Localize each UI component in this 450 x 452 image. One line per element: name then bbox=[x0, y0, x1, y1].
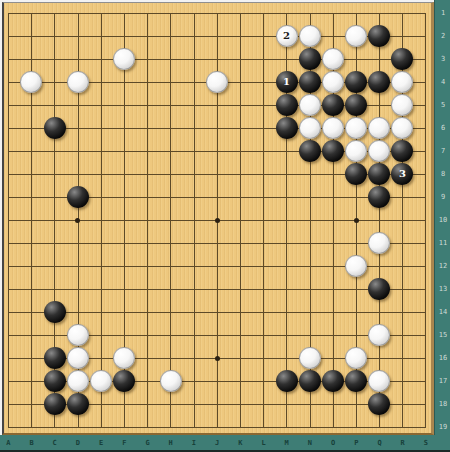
intersection-E16[interactable] bbox=[89, 347, 112, 370]
intersection-Q8[interactable] bbox=[368, 163, 391, 186]
intersection-I10[interactable] bbox=[182, 209, 205, 232]
intersection-H11[interactable] bbox=[159, 232, 182, 255]
intersection-P17[interactable] bbox=[345, 370, 368, 393]
intersection-B8[interactable] bbox=[20, 163, 43, 186]
intersection-N9[interactable] bbox=[298, 186, 321, 209]
intersection-M3[interactable] bbox=[275, 48, 298, 71]
intersection-E6[interactable] bbox=[89, 117, 112, 140]
intersection-B15[interactable] bbox=[20, 324, 43, 347]
intersection-B17[interactable] bbox=[20, 370, 43, 393]
intersection-P16[interactable] bbox=[345, 347, 368, 370]
intersection-O18[interactable] bbox=[321, 393, 344, 416]
intersection-I5[interactable] bbox=[182, 94, 205, 117]
intersection-B9[interactable] bbox=[20, 186, 43, 209]
intersection-O9[interactable] bbox=[321, 186, 344, 209]
intersection-H1[interactable] bbox=[159, 2, 182, 25]
intersection-J8[interactable] bbox=[205, 163, 228, 186]
intersection-L12[interactable] bbox=[252, 255, 275, 278]
intersection-G2[interactable] bbox=[136, 25, 159, 48]
intersection-G10[interactable] bbox=[136, 209, 159, 232]
intersection-E18[interactable] bbox=[89, 393, 112, 416]
intersection-C13[interactable] bbox=[43, 278, 66, 301]
intersection-M5[interactable] bbox=[275, 94, 298, 117]
intersection-J15[interactable] bbox=[205, 324, 228, 347]
intersection-Q9[interactable] bbox=[368, 186, 391, 209]
intersection-D14[interactable] bbox=[66, 301, 89, 324]
intersection-O17[interactable] bbox=[321, 370, 344, 393]
intersection-M12[interactable] bbox=[275, 255, 298, 278]
intersection-A1[interactable] bbox=[0, 2, 20, 25]
intersection-O5[interactable] bbox=[321, 94, 344, 117]
intersection-H4[interactable] bbox=[159, 71, 182, 94]
intersection-O2[interactable] bbox=[321, 25, 344, 48]
intersection-P18[interactable] bbox=[345, 393, 368, 416]
intersection-O6[interactable] bbox=[321, 117, 344, 140]
intersection-M4[interactable]: 1 bbox=[275, 71, 298, 94]
intersection-F16[interactable] bbox=[113, 347, 136, 370]
intersection-F14[interactable] bbox=[113, 301, 136, 324]
intersection-M13[interactable] bbox=[275, 278, 298, 301]
intersection-D16[interactable] bbox=[66, 347, 89, 370]
intersection-L3[interactable] bbox=[252, 48, 275, 71]
intersection-N18[interactable] bbox=[298, 393, 321, 416]
intersection-N2[interactable] bbox=[298, 25, 321, 48]
intersection-E11[interactable] bbox=[89, 232, 112, 255]
intersection-K11[interactable] bbox=[229, 232, 252, 255]
intersection-J11[interactable] bbox=[205, 232, 228, 255]
intersection-F18[interactable] bbox=[113, 393, 136, 416]
intersection-F13[interactable] bbox=[113, 278, 136, 301]
intersection-R3[interactable] bbox=[391, 48, 414, 71]
intersection-N13[interactable] bbox=[298, 278, 321, 301]
intersection-J4[interactable] bbox=[205, 71, 228, 94]
intersection-N3[interactable] bbox=[298, 48, 321, 71]
intersection-A15[interactable] bbox=[0, 324, 20, 347]
intersection-B3[interactable] bbox=[20, 48, 43, 71]
intersection-E13[interactable] bbox=[89, 278, 112, 301]
intersection-I1[interactable] bbox=[182, 2, 205, 25]
intersection-Q18[interactable] bbox=[368, 393, 391, 416]
intersection-R10[interactable] bbox=[391, 209, 414, 232]
intersection-A16[interactable] bbox=[0, 347, 20, 370]
intersection-O1[interactable] bbox=[321, 2, 344, 25]
intersection-N12[interactable] bbox=[298, 255, 321, 278]
intersection-J10[interactable] bbox=[205, 209, 228, 232]
intersection-E12[interactable] bbox=[89, 255, 112, 278]
intersection-O4[interactable] bbox=[321, 71, 344, 94]
intersection-N16[interactable] bbox=[298, 347, 321, 370]
intersection-E17[interactable] bbox=[89, 370, 112, 393]
intersection-I15[interactable] bbox=[182, 324, 205, 347]
intersection-M17[interactable] bbox=[275, 370, 298, 393]
intersection-F7[interactable] bbox=[113, 140, 136, 163]
intersection-P4[interactable] bbox=[345, 71, 368, 94]
intersection-N15[interactable] bbox=[298, 324, 321, 347]
intersection-A9[interactable] bbox=[0, 186, 20, 209]
intersection-N6[interactable] bbox=[298, 117, 321, 140]
intersection-J13[interactable] bbox=[205, 278, 228, 301]
intersection-M16[interactable] bbox=[275, 347, 298, 370]
intersection-R8[interactable]: 3 bbox=[391, 163, 414, 186]
intersection-M2[interactable]: 2 bbox=[275, 25, 298, 48]
intersection-C6[interactable] bbox=[43, 117, 66, 140]
intersection-B14[interactable] bbox=[20, 301, 43, 324]
intersection-J12[interactable] bbox=[205, 255, 228, 278]
intersection-H17[interactable] bbox=[159, 370, 182, 393]
intersection-H10[interactable] bbox=[159, 209, 182, 232]
intersection-R2[interactable] bbox=[391, 25, 414, 48]
intersection-I8[interactable] bbox=[182, 163, 205, 186]
intersection-F17[interactable] bbox=[113, 370, 136, 393]
intersection-O11[interactable] bbox=[321, 232, 344, 255]
intersection-H5[interactable] bbox=[159, 94, 182, 117]
intersection-J3[interactable] bbox=[205, 48, 228, 71]
intersection-K3[interactable] bbox=[229, 48, 252, 71]
intersection-G3[interactable] bbox=[136, 48, 159, 71]
intersection-A18[interactable] bbox=[0, 393, 20, 416]
intersection-F2[interactable] bbox=[113, 25, 136, 48]
intersection-A12[interactable] bbox=[0, 255, 20, 278]
intersection-E5[interactable] bbox=[89, 94, 112, 117]
intersection-M14[interactable] bbox=[275, 301, 298, 324]
intersection-A4[interactable] bbox=[0, 71, 20, 94]
intersection-R12[interactable] bbox=[391, 255, 414, 278]
intersection-Q12[interactable] bbox=[368, 255, 391, 278]
intersection-R7[interactable] bbox=[391, 140, 414, 163]
intersection-M18[interactable] bbox=[275, 393, 298, 416]
intersection-Q14[interactable] bbox=[368, 301, 391, 324]
intersection-Q7[interactable] bbox=[368, 140, 391, 163]
intersection-E15[interactable] bbox=[89, 324, 112, 347]
intersection-F8[interactable] bbox=[113, 163, 136, 186]
intersection-N17[interactable] bbox=[298, 370, 321, 393]
intersection-H3[interactable] bbox=[159, 48, 182, 71]
intersection-I9[interactable] bbox=[182, 186, 205, 209]
intersection-I13[interactable] bbox=[182, 278, 205, 301]
intersection-K5[interactable] bbox=[229, 94, 252, 117]
intersection-P13[interactable] bbox=[345, 278, 368, 301]
intersection-P2[interactable] bbox=[345, 25, 368, 48]
intersection-D3[interactable] bbox=[66, 48, 89, 71]
intersection-B1[interactable] bbox=[20, 2, 43, 25]
intersection-P1[interactable] bbox=[345, 2, 368, 25]
intersection-N5[interactable] bbox=[298, 94, 321, 117]
intersection-M10[interactable] bbox=[275, 209, 298, 232]
intersection-A8[interactable] bbox=[0, 163, 20, 186]
intersection-G8[interactable] bbox=[136, 163, 159, 186]
intersection-L17[interactable] bbox=[252, 370, 275, 393]
intersection-D13[interactable] bbox=[66, 278, 89, 301]
intersection-G17[interactable] bbox=[136, 370, 159, 393]
intersection-K10[interactable] bbox=[229, 209, 252, 232]
intersection-P3[interactable] bbox=[345, 48, 368, 71]
intersection-L1[interactable] bbox=[252, 2, 275, 25]
intersection-Q11[interactable] bbox=[368, 232, 391, 255]
intersection-G1[interactable] bbox=[136, 2, 159, 25]
intersection-N14[interactable] bbox=[298, 301, 321, 324]
intersection-R13[interactable] bbox=[391, 278, 414, 301]
intersection-A13[interactable] bbox=[0, 278, 20, 301]
intersection-E7[interactable] bbox=[89, 140, 112, 163]
intersection-K13[interactable] bbox=[229, 278, 252, 301]
intersection-Q6[interactable] bbox=[368, 117, 391, 140]
intersection-B13[interactable] bbox=[20, 278, 43, 301]
intersection-A3[interactable] bbox=[0, 48, 20, 71]
intersection-I7[interactable] bbox=[182, 140, 205, 163]
intersection-O13[interactable] bbox=[321, 278, 344, 301]
intersection-E1[interactable] bbox=[89, 2, 112, 25]
intersection-P10[interactable] bbox=[345, 209, 368, 232]
intersection-F3[interactable] bbox=[113, 48, 136, 71]
intersection-H16[interactable] bbox=[159, 347, 182, 370]
intersection-G4[interactable] bbox=[136, 71, 159, 94]
intersection-B4[interactable] bbox=[20, 71, 43, 94]
intersection-F10[interactable] bbox=[113, 209, 136, 232]
intersection-F11[interactable] bbox=[113, 232, 136, 255]
intersection-I14[interactable] bbox=[182, 301, 205, 324]
intersection-F15[interactable] bbox=[113, 324, 136, 347]
intersection-C17[interactable] bbox=[43, 370, 66, 393]
intersection-R18[interactable] bbox=[391, 393, 414, 416]
intersection-G13[interactable] bbox=[136, 278, 159, 301]
intersection-O8[interactable] bbox=[321, 163, 344, 186]
intersection-P15[interactable] bbox=[345, 324, 368, 347]
intersection-G15[interactable] bbox=[136, 324, 159, 347]
intersection-R6[interactable] bbox=[391, 117, 414, 140]
intersection-C18[interactable] bbox=[43, 393, 66, 416]
intersection-P8[interactable] bbox=[345, 163, 368, 186]
intersection-Q16[interactable] bbox=[368, 347, 391, 370]
intersection-F6[interactable] bbox=[113, 117, 136, 140]
intersection-G18[interactable] bbox=[136, 393, 159, 416]
intersection-D17[interactable] bbox=[66, 370, 89, 393]
intersection-G9[interactable] bbox=[136, 186, 159, 209]
intersection-L18[interactable] bbox=[252, 393, 275, 416]
intersection-L16[interactable] bbox=[252, 347, 275, 370]
intersection-Q2[interactable] bbox=[368, 25, 391, 48]
intersection-H8[interactable] bbox=[159, 163, 182, 186]
intersection-K12[interactable] bbox=[229, 255, 252, 278]
intersection-J18[interactable] bbox=[205, 393, 228, 416]
intersection-R11[interactable] bbox=[391, 232, 414, 255]
intersection-F12[interactable] bbox=[113, 255, 136, 278]
intersection-O7[interactable] bbox=[321, 140, 344, 163]
intersection-L15[interactable] bbox=[252, 324, 275, 347]
intersection-D12[interactable] bbox=[66, 255, 89, 278]
intersection-G12[interactable] bbox=[136, 255, 159, 278]
intersection-D15[interactable] bbox=[66, 324, 89, 347]
intersection-C3[interactable] bbox=[43, 48, 66, 71]
intersection-M15[interactable] bbox=[275, 324, 298, 347]
intersection-Q1[interactable] bbox=[368, 2, 391, 25]
intersection-P9[interactable] bbox=[345, 186, 368, 209]
intersection-K4[interactable] bbox=[229, 71, 252, 94]
intersection-F5[interactable] bbox=[113, 94, 136, 117]
intersection-I17[interactable] bbox=[182, 370, 205, 393]
intersection-N4[interactable] bbox=[298, 71, 321, 94]
intersection-K1[interactable] bbox=[229, 2, 252, 25]
intersection-C14[interactable] bbox=[43, 301, 66, 324]
intersection-B18[interactable] bbox=[20, 393, 43, 416]
intersection-Q17[interactable] bbox=[368, 370, 391, 393]
intersection-E4[interactable] bbox=[89, 71, 112, 94]
intersection-N10[interactable] bbox=[298, 209, 321, 232]
intersection-K14[interactable] bbox=[229, 301, 252, 324]
intersection-Q13[interactable] bbox=[368, 278, 391, 301]
intersection-H2[interactable] bbox=[159, 25, 182, 48]
intersection-A5[interactable] bbox=[0, 94, 20, 117]
intersection-I18[interactable] bbox=[182, 393, 205, 416]
intersection-C5[interactable] bbox=[43, 94, 66, 117]
intersection-A2[interactable] bbox=[0, 25, 20, 48]
intersection-G14[interactable] bbox=[136, 301, 159, 324]
intersection-Q10[interactable] bbox=[368, 209, 391, 232]
intersection-N8[interactable] bbox=[298, 163, 321, 186]
intersection-R1[interactable] bbox=[391, 2, 414, 25]
intersection-O3[interactable] bbox=[321, 48, 344, 71]
intersection-K9[interactable] bbox=[229, 186, 252, 209]
intersection-A14[interactable] bbox=[0, 301, 20, 324]
intersection-R16[interactable] bbox=[391, 347, 414, 370]
intersection-D6[interactable] bbox=[66, 117, 89, 140]
intersection-H12[interactable] bbox=[159, 255, 182, 278]
intersection-K8[interactable] bbox=[229, 163, 252, 186]
intersection-M1[interactable] bbox=[275, 2, 298, 25]
intersection-J17[interactable] bbox=[205, 370, 228, 393]
intersection-P5[interactable] bbox=[345, 94, 368, 117]
intersection-A7[interactable] bbox=[0, 140, 20, 163]
intersection-J5[interactable] bbox=[205, 94, 228, 117]
intersection-C8[interactable] bbox=[43, 163, 66, 186]
intersection-O16[interactable] bbox=[321, 347, 344, 370]
intersection-I16[interactable] bbox=[182, 347, 205, 370]
intersection-H13[interactable] bbox=[159, 278, 182, 301]
intersection-E9[interactable] bbox=[89, 186, 112, 209]
intersection-K15[interactable] bbox=[229, 324, 252, 347]
intersection-E8[interactable] bbox=[89, 163, 112, 186]
intersection-C10[interactable] bbox=[43, 209, 66, 232]
intersection-K17[interactable] bbox=[229, 370, 252, 393]
intersection-N11[interactable] bbox=[298, 232, 321, 255]
intersection-R5[interactable] bbox=[391, 94, 414, 117]
intersection-B10[interactable] bbox=[20, 209, 43, 232]
intersection-Q5[interactable] bbox=[368, 94, 391, 117]
intersection-H14[interactable] bbox=[159, 301, 182, 324]
intersection-R17[interactable] bbox=[391, 370, 414, 393]
intersection-G6[interactable] bbox=[136, 117, 159, 140]
intersection-C11[interactable] bbox=[43, 232, 66, 255]
intersection-L7[interactable] bbox=[252, 140, 275, 163]
intersection-J9[interactable] bbox=[205, 186, 228, 209]
intersection-D8[interactable] bbox=[66, 163, 89, 186]
intersection-L4[interactable] bbox=[252, 71, 275, 94]
intersection-D9[interactable] bbox=[66, 186, 89, 209]
intersection-C15[interactable] bbox=[43, 324, 66, 347]
intersection-P11[interactable] bbox=[345, 232, 368, 255]
intersection-O10[interactable] bbox=[321, 209, 344, 232]
intersection-L6[interactable] bbox=[252, 117, 275, 140]
intersection-B12[interactable] bbox=[20, 255, 43, 278]
intersection-D4[interactable] bbox=[66, 71, 89, 94]
intersection-K16[interactable] bbox=[229, 347, 252, 370]
intersection-N7[interactable] bbox=[298, 140, 321, 163]
intersection-L2[interactable] bbox=[252, 25, 275, 48]
intersection-F1[interactable] bbox=[113, 2, 136, 25]
intersection-Q4[interactable] bbox=[368, 71, 391, 94]
intersection-H6[interactable] bbox=[159, 117, 182, 140]
intersection-G11[interactable] bbox=[136, 232, 159, 255]
intersection-P6[interactable] bbox=[345, 117, 368, 140]
intersection-I6[interactable] bbox=[182, 117, 205, 140]
intersection-C9[interactable] bbox=[43, 186, 66, 209]
intersection-J6[interactable] bbox=[205, 117, 228, 140]
intersection-I3[interactable] bbox=[182, 48, 205, 71]
intersection-B7[interactable] bbox=[20, 140, 43, 163]
intersection-P14[interactable] bbox=[345, 301, 368, 324]
intersection-M11[interactable] bbox=[275, 232, 298, 255]
intersection-E14[interactable] bbox=[89, 301, 112, 324]
intersection-P12[interactable] bbox=[345, 255, 368, 278]
intersection-F4[interactable] bbox=[113, 71, 136, 94]
intersection-L5[interactable] bbox=[252, 94, 275, 117]
intersection-R9[interactable] bbox=[391, 186, 414, 209]
intersection-L8[interactable] bbox=[252, 163, 275, 186]
intersection-D5[interactable] bbox=[66, 94, 89, 117]
intersection-R14[interactable] bbox=[391, 301, 414, 324]
intersection-J16[interactable] bbox=[205, 347, 228, 370]
intersection-D18[interactable] bbox=[66, 393, 89, 416]
intersection-H18[interactable] bbox=[159, 393, 182, 416]
intersection-I11[interactable] bbox=[182, 232, 205, 255]
intersection-M8[interactable] bbox=[275, 163, 298, 186]
intersection-E10[interactable] bbox=[89, 209, 112, 232]
intersection-B16[interactable] bbox=[20, 347, 43, 370]
intersection-I2[interactable] bbox=[182, 25, 205, 48]
intersection-J7[interactable] bbox=[205, 140, 228, 163]
intersection-B6[interactable] bbox=[20, 117, 43, 140]
intersection-D7[interactable] bbox=[66, 140, 89, 163]
intersection-M9[interactable] bbox=[275, 186, 298, 209]
intersection-A11[interactable] bbox=[0, 232, 20, 255]
intersection-L14[interactable] bbox=[252, 301, 275, 324]
intersection-D1[interactable] bbox=[66, 2, 89, 25]
intersection-H9[interactable] bbox=[159, 186, 182, 209]
intersection-C4[interactable] bbox=[43, 71, 66, 94]
intersection-C1[interactable] bbox=[43, 2, 66, 25]
intersection-F9[interactable] bbox=[113, 186, 136, 209]
intersection-R4[interactable] bbox=[391, 71, 414, 94]
intersection-I4[interactable] bbox=[182, 71, 205, 94]
intersection-O12[interactable] bbox=[321, 255, 344, 278]
intersection-L10[interactable] bbox=[252, 209, 275, 232]
intersection-A17[interactable] bbox=[0, 370, 20, 393]
intersection-H15[interactable] bbox=[159, 324, 182, 347]
intersection-H7[interactable] bbox=[159, 140, 182, 163]
intersection-G5[interactable] bbox=[136, 94, 159, 117]
intersection-K6[interactable] bbox=[229, 117, 252, 140]
intersection-P7[interactable] bbox=[345, 140, 368, 163]
intersection-C2[interactable] bbox=[43, 25, 66, 48]
intersection-D10[interactable] bbox=[66, 209, 89, 232]
intersection-D2[interactable] bbox=[66, 25, 89, 48]
intersection-G7[interactable] bbox=[136, 140, 159, 163]
intersection-I12[interactable] bbox=[182, 255, 205, 278]
intersection-O15[interactable] bbox=[321, 324, 344, 347]
intersection-J2[interactable] bbox=[205, 25, 228, 48]
intersection-C16[interactable] bbox=[43, 347, 66, 370]
intersection-D11[interactable] bbox=[66, 232, 89, 255]
intersection-B11[interactable] bbox=[20, 232, 43, 255]
